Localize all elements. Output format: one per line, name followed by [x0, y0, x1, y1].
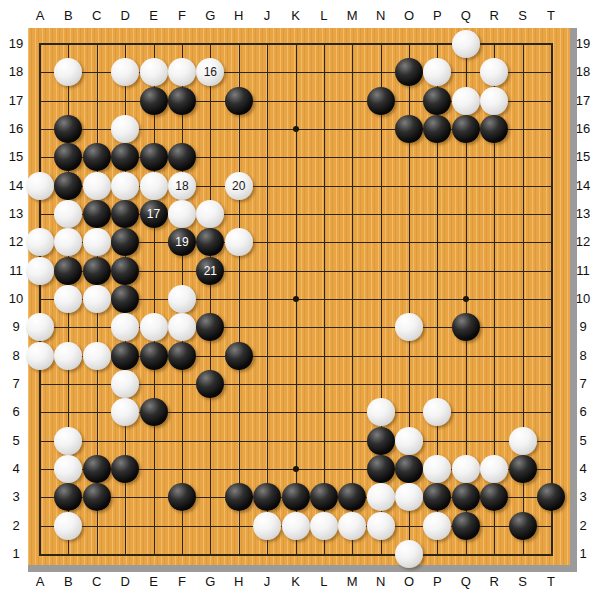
col-label: P: [426, 574, 448, 590]
row-label: 18: [5, 64, 27, 80]
go-board[interactable]: 161820171921: [28, 28, 570, 565]
col-label: G: [199, 8, 221, 24]
col-label: B: [57, 8, 79, 24]
star-point: [463, 296, 469, 302]
stone-black[interactable]: [140, 398, 168, 426]
go-diagram-page: ABCDEFGHJKLMNOPQRST ABCDEFGHJKLMNOPQRST …: [0, 0, 600, 600]
stone-white[interactable]: [367, 398, 395, 426]
star-point: [293, 466, 299, 472]
stone-black[interactable]: [111, 200, 139, 228]
stone-white[interactable]: [452, 30, 480, 58]
stone-black[interactable]: [225, 483, 253, 511]
stone-black[interactable]: [83, 143, 111, 171]
stone-white[interactable]: [310, 512, 338, 540]
stone-white[interactable]: [111, 115, 139, 143]
stone-white[interactable]: [26, 172, 54, 200]
stone-black[interactable]: [367, 87, 395, 115]
stone-white[interactable]: [111, 370, 139, 398]
col-label: B: [57, 574, 79, 590]
col-label: J: [256, 8, 278, 24]
stone-black[interactable]: [140, 143, 168, 171]
col-label: M: [341, 8, 363, 24]
col-label: L: [313, 8, 335, 24]
col-label: T: [540, 8, 562, 24]
stone-white[interactable]: [509, 427, 537, 455]
stone-black[interactable]: [140, 342, 168, 370]
col-label: C: [86, 574, 108, 590]
stone-white[interactable]: [452, 87, 480, 115]
row-label: 17: [5, 93, 27, 109]
stone-white[interactable]: [253, 512, 281, 540]
stone-black[interactable]: [452, 313, 480, 341]
col-label: D: [114, 8, 136, 24]
stone-black[interactable]: [395, 455, 423, 483]
stone-black[interactable]: [310, 483, 338, 511]
row-label: 4: [5, 461, 27, 477]
row-label: 10: [5, 291, 27, 307]
col-label: D: [114, 574, 136, 590]
stone-white[interactable]: [140, 58, 168, 86]
stone-black[interactable]: [83, 455, 111, 483]
row-label: 13: [5, 206, 27, 222]
col-label: N: [370, 574, 392, 590]
row-label: 3: [5, 489, 27, 505]
row-label: 8: [5, 348, 27, 364]
star-point: [293, 296, 299, 302]
col-label: A: [29, 574, 51, 590]
stone-black[interactable]: [452, 115, 480, 143]
col-label: H: [228, 8, 250, 24]
stone-black[interactable]: [509, 455, 537, 483]
col-label: E: [143, 8, 165, 24]
stone-black[interactable]: 21: [196, 257, 224, 285]
col-label: S: [512, 8, 534, 24]
col-label: J: [256, 574, 278, 590]
col-label: E: [143, 574, 165, 590]
stone-black[interactable]: [83, 483, 111, 511]
stone-black[interactable]: [83, 257, 111, 285]
stone-white[interactable]: [54, 512, 82, 540]
stone-white[interactable]: 20: [225, 172, 253, 200]
stone-white[interactable]: 18: [168, 172, 196, 200]
col-label: O: [398, 574, 420, 590]
row-label: 5: [5, 433, 27, 449]
col-label: Q: [455, 574, 477, 590]
col-label: S: [512, 574, 534, 590]
col-label: R: [483, 8, 505, 24]
stone-white[interactable]: [54, 342, 82, 370]
row-label: 16: [5, 121, 27, 137]
stone-white[interactable]: [83, 285, 111, 313]
stone-black[interactable]: [367, 455, 395, 483]
stone-black[interactable]: [111, 257, 139, 285]
stone-white[interactable]: [140, 313, 168, 341]
col-label: H: [228, 574, 250, 590]
row-label: 9: [5, 319, 27, 335]
stone-white[interactable]: [168, 200, 196, 228]
col-label: T: [540, 574, 562, 590]
stone-black[interactable]: [282, 483, 310, 511]
stone-black[interactable]: [168, 87, 196, 115]
stone-white[interactable]: [83, 342, 111, 370]
stone-black[interactable]: [111, 455, 139, 483]
stone-white[interactable]: [168, 285, 196, 313]
col-label: O: [398, 8, 420, 24]
col-label: F: [171, 574, 193, 590]
stone-white[interactable]: [83, 172, 111, 200]
star-point: [293, 126, 299, 132]
row-label: 19: [5, 36, 27, 52]
stone-black[interactable]: [395, 115, 423, 143]
col-label: F: [171, 8, 193, 24]
stone-black[interactable]: [111, 285, 139, 313]
stone-white[interactable]: [83, 228, 111, 256]
stone-black[interactable]: [537, 483, 565, 511]
col-label: M: [341, 574, 363, 590]
row-label: 7: [5, 376, 27, 392]
stone-black[interactable]: [509, 512, 537, 540]
col-label: R: [483, 574, 505, 590]
stone-white[interactable]: [367, 512, 395, 540]
col-label: G: [199, 574, 221, 590]
stone-white[interactable]: [452, 455, 480, 483]
stone-black[interactable]: [111, 342, 139, 370]
stone-black[interactable]: [225, 87, 253, 115]
stone-black[interactable]: [83, 200, 111, 228]
stone-white[interactable]: [26, 342, 54, 370]
stone-black[interactable]: [54, 172, 82, 200]
row-label: 11: [5, 263, 27, 279]
stone-white[interactable]: [480, 87, 508, 115]
stone-black[interactable]: [423, 87, 451, 115]
stone-black[interactable]: [367, 427, 395, 455]
stone-white[interactable]: [140, 172, 168, 200]
stone-black[interactable]: [140, 87, 168, 115]
col-label: C: [86, 8, 108, 24]
stone-white[interactable]: [26, 257, 54, 285]
col-label: K: [285, 8, 307, 24]
stone-black[interactable]: [225, 342, 253, 370]
stone-white[interactable]: [480, 455, 508, 483]
stone-white[interactable]: [282, 512, 310, 540]
stone-white[interactable]: [395, 540, 423, 568]
stone-black[interactable]: [168, 342, 196, 370]
stone-white[interactable]: [423, 512, 451, 540]
col-label: K: [285, 574, 307, 590]
col-label: L: [313, 574, 335, 590]
stone-white[interactable]: [338, 512, 366, 540]
stone-white[interactable]: [54, 427, 82, 455]
col-label: Q: [455, 8, 477, 24]
col-label: P: [426, 8, 448, 24]
col-label: N: [370, 8, 392, 24]
stone-white[interactable]: [225, 228, 253, 256]
stone-white[interactable]: [367, 483, 395, 511]
stone-black[interactable]: [452, 483, 480, 511]
row-label: 14: [5, 178, 27, 194]
row-label: 6: [5, 404, 27, 420]
row-label: 12: [5, 234, 27, 250]
stone-white[interactable]: [111, 172, 139, 200]
stone-white[interactable]: [395, 427, 423, 455]
stone-black[interactable]: 17: [140, 200, 168, 228]
row-label: 1: [5, 546, 27, 562]
stone-black[interactable]: [452, 512, 480, 540]
stone-black[interactable]: [54, 257, 82, 285]
row-label: 2: [5, 518, 27, 534]
col-label: A: [29, 8, 51, 24]
row-label: 15: [5, 149, 27, 165]
